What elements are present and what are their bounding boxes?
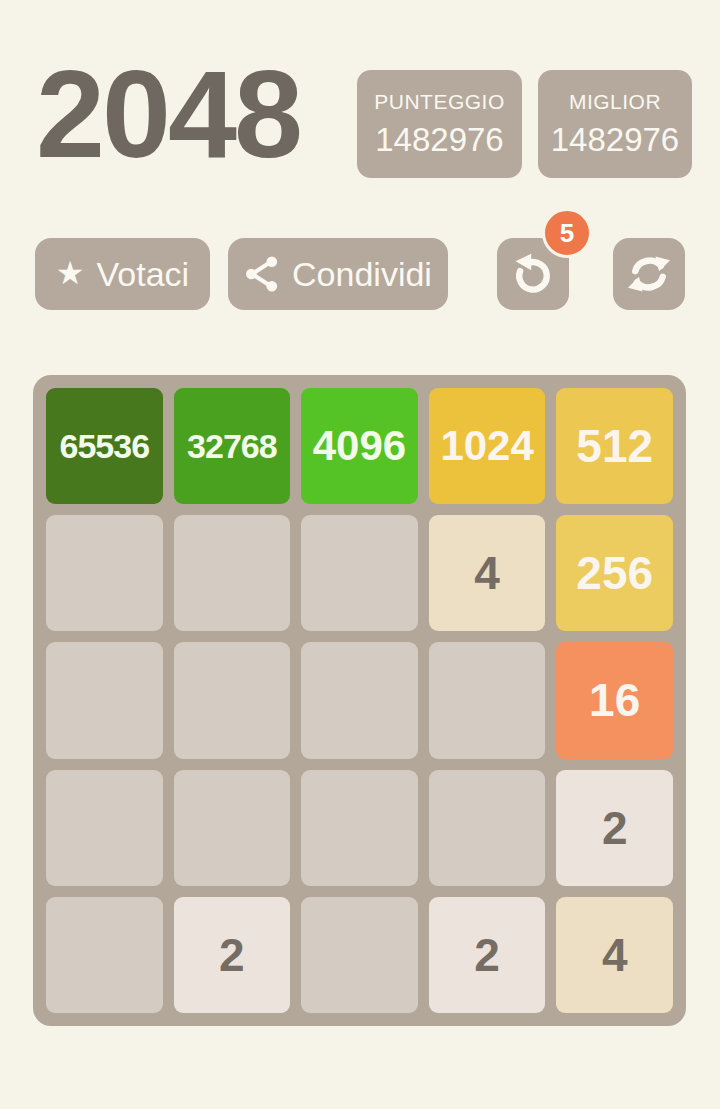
best-value: 1482976 xyxy=(538,121,692,159)
empty-cell xyxy=(301,770,418,886)
tile-2: 2 xyxy=(429,897,546,1013)
tile-2: 2 xyxy=(174,897,291,1013)
share-button-label: Condividi xyxy=(292,255,432,294)
empty-cell xyxy=(301,515,418,631)
tile-256: 256 xyxy=(556,515,673,631)
empty-cell xyxy=(429,770,546,886)
tile-32768: 32768 xyxy=(174,388,291,504)
rate-button-label: Votaci xyxy=(97,255,190,294)
page-title: 2048 xyxy=(36,52,300,176)
tile-4: 4 xyxy=(429,515,546,631)
empty-cell xyxy=(174,515,291,631)
tile-65536: 65536 xyxy=(46,388,163,504)
undo-count-badge: 5 xyxy=(542,208,592,258)
best-score-box: MIGLIOR 1482976 xyxy=(538,70,692,178)
tile-2: 2 xyxy=(556,770,673,886)
share-button[interactable]: Condividi xyxy=(228,238,448,310)
empty-cell xyxy=(301,642,418,758)
tile-1024: 1024 xyxy=(429,388,546,504)
tile-4096: 4096 xyxy=(301,388,418,504)
refresh-button[interactable] xyxy=(613,238,685,310)
rate-button[interactable]: ★ Votaci xyxy=(35,238,210,310)
empty-cell xyxy=(174,642,291,758)
best-label: MIGLIOR xyxy=(538,90,692,114)
star-icon: ★ xyxy=(56,257,85,289)
empty-cell xyxy=(174,770,291,886)
empty-cell xyxy=(429,642,546,758)
empty-cell xyxy=(46,515,163,631)
tile-16: 16 xyxy=(556,642,673,758)
refresh-icon xyxy=(627,252,671,296)
board-grid[interactable]: 6553632768409610245124256162224 xyxy=(33,375,686,1026)
score-value: 1482976 xyxy=(357,121,522,159)
score-box: PUNTEGGIO 1482976 xyxy=(357,70,522,178)
empty-cell xyxy=(46,642,163,758)
empty-cell xyxy=(301,897,418,1013)
tile-4: 4 xyxy=(556,897,673,1013)
empty-cell xyxy=(46,897,163,1013)
empty-cell xyxy=(46,770,163,886)
score-label: PUNTEGGIO xyxy=(357,90,522,114)
tile-512: 512 xyxy=(556,388,673,504)
undo-icon xyxy=(511,252,555,296)
share-icon xyxy=(244,255,280,293)
